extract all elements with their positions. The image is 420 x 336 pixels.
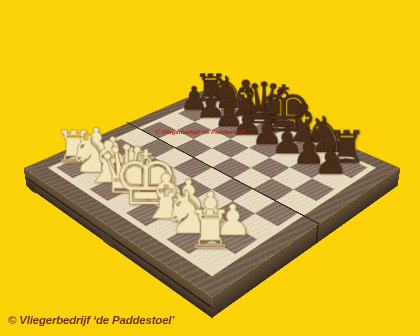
piece-white-rook: ♜ — [187, 204, 235, 257]
square-h1: ♜ — [189, 240, 236, 270]
board-maple-border: ♜♞♝♛♚♝♞♜♟♟♟♟♟♟♟♟♟♟♟♟♟♟♟♟♜♞♝♛♚♝♞♜ — [48, 95, 376, 276]
caption-copyright: © Vliegerbedrijf ‘de Paddestoel’ — [8, 314, 174, 326]
square-h6 — [294, 178, 335, 201]
chess-board: ♜♞♝♛♚♝♞♜♟♟♟♟♟♟♟♟♟♟♟♟♟♟♟♟♜♞♝♛♚♝♞♜ — [24, 87, 400, 297]
photo-canvas: ♜♞♝♛♚♝♞♜♟♟♟♟♟♟♟♟♟♟♟♟♟♟♟♟♜♞♝♛♚♝♞♜ © Vlieg… — [0, 0, 420, 336]
box-fold-seam-side — [315, 224, 318, 245]
piece-black-pawn: ♟ — [314, 142, 348, 180]
square-h7: ♟ — [312, 168, 352, 190]
watermark-center: © Vliegerbedrijf ‘de Paddestoel’ — [155, 128, 245, 135]
board-squares: ♜♞♝♛♚♝♞♜♟♟♟♟♟♟♟♟♟♟♟♟♟♟♟♟♜♞♝♛♚♝♞♜ — [56, 98, 367, 269]
